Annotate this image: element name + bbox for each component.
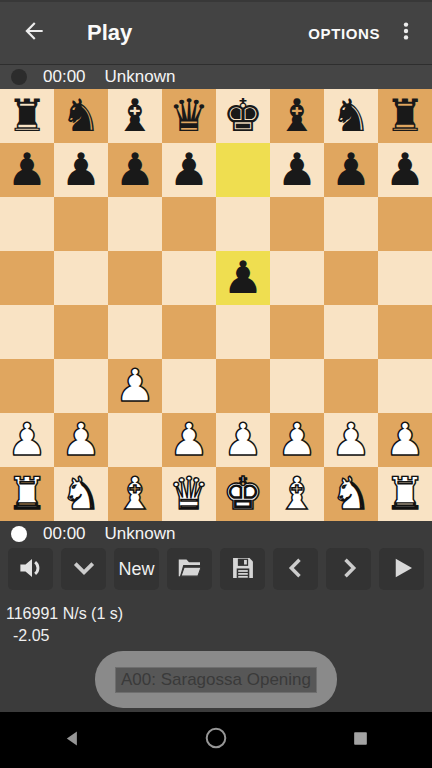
piece-white-knight: ♞ bbox=[324, 467, 378, 521]
square-b4[interactable] bbox=[54, 305, 108, 359]
triangle-left-icon bbox=[62, 728, 83, 753]
nav-recents-button[interactable] bbox=[288, 712, 432, 768]
piece-black-bishop: ♝ bbox=[270, 89, 324, 143]
piece-black-pawn: ♟ bbox=[162, 143, 216, 197]
square-h3[interactable] bbox=[378, 359, 432, 413]
sound-button[interactable] bbox=[8, 548, 53, 590]
piece-white-bishop: ♝ bbox=[270, 467, 324, 521]
square-f8[interactable]: ♝ bbox=[270, 89, 324, 143]
black-player-name: Unknown bbox=[105, 67, 176, 87]
square-g1[interactable]: ♞ bbox=[324, 467, 378, 521]
square-a1[interactable]: ♜ bbox=[0, 467, 54, 521]
open-file-button[interactable] bbox=[167, 548, 212, 590]
square-e8[interactable]: ♚ bbox=[216, 89, 270, 143]
chevron-down-icon bbox=[69, 553, 99, 586]
piece-white-queen: ♛ bbox=[162, 467, 216, 521]
square-a8[interactable]: ♜ bbox=[0, 89, 54, 143]
chess-board[interactable]: ♜♞♝♛♚♝♞♜♟♟♟♟♟♟♟♟♟♟♟♟♟♟♟♟♜♞♝♛♚♝♞♜ bbox=[0, 89, 432, 521]
circle-outline-icon bbox=[204, 726, 228, 754]
square-h7[interactable]: ♟ bbox=[378, 143, 432, 197]
square-c7[interactable]: ♟ bbox=[108, 143, 162, 197]
chevron-left-icon bbox=[282, 554, 310, 585]
move-forward-button[interactable] bbox=[326, 548, 371, 590]
square-f7[interactable]: ♟ bbox=[270, 143, 324, 197]
square-a6[interactable] bbox=[0, 197, 54, 251]
autoplay-button[interactable] bbox=[379, 548, 424, 590]
square-c5[interactable] bbox=[108, 251, 162, 305]
new-game-label: New bbox=[118, 559, 154, 580]
black-player-row: 00:00 Unknown bbox=[0, 65, 432, 89]
page-title: Play bbox=[87, 20, 132, 46]
square-c1[interactable]: ♝ bbox=[108, 467, 162, 521]
square-a5[interactable] bbox=[0, 251, 54, 305]
arrow-left-icon bbox=[21, 18, 47, 48]
black-clock: 00:00 bbox=[43, 67, 86, 87]
piece-black-king: ♚ bbox=[216, 89, 270, 143]
square-g3[interactable] bbox=[324, 359, 378, 413]
nav-home-button[interactable] bbox=[144, 712, 288, 768]
square-h6[interactable] bbox=[378, 197, 432, 251]
piece-white-bishop: ♝ bbox=[108, 467, 162, 521]
square-f5[interactable] bbox=[270, 251, 324, 305]
square-c4[interactable] bbox=[108, 305, 162, 359]
piece-white-pawn: ♟ bbox=[54, 413, 108, 467]
square-g2[interactable]: ♟ bbox=[324, 413, 378, 467]
square-icon bbox=[351, 729, 370, 752]
chevron-right-icon bbox=[335, 554, 363, 585]
square-f4[interactable] bbox=[270, 305, 324, 359]
piece-white-pawn: ♟ bbox=[324, 413, 378, 467]
square-c3[interactable]: ♟ bbox=[108, 359, 162, 413]
square-e6[interactable] bbox=[216, 197, 270, 251]
nav-back-button[interactable] bbox=[0, 712, 144, 768]
white-turn-indicator bbox=[11, 526, 27, 542]
piece-white-pawn: ♟ bbox=[0, 413, 54, 467]
save-icon bbox=[229, 554, 257, 585]
piece-black-pawn: ♟ bbox=[108, 143, 162, 197]
square-g7[interactable]: ♟ bbox=[324, 143, 378, 197]
square-h8[interactable]: ♜ bbox=[378, 89, 432, 143]
new-game-button[interactable]: New bbox=[114, 548, 159, 590]
square-e4[interactable] bbox=[216, 305, 270, 359]
square-g8[interactable]: ♞ bbox=[324, 89, 378, 143]
square-c6[interactable] bbox=[108, 197, 162, 251]
expand-button[interactable] bbox=[61, 548, 106, 590]
square-d6[interactable] bbox=[162, 197, 216, 251]
android-nav-bar bbox=[0, 712, 432, 768]
square-g4[interactable] bbox=[324, 305, 378, 359]
piece-white-pawn: ♟ bbox=[108, 359, 162, 413]
square-f1[interactable]: ♝ bbox=[270, 467, 324, 521]
square-h5[interactable] bbox=[378, 251, 432, 305]
piece-white-pawn: ♟ bbox=[162, 413, 216, 467]
square-d8[interactable]: ♛ bbox=[162, 89, 216, 143]
square-e5[interactable]: ♟ bbox=[216, 251, 270, 305]
piece-black-queen: ♛ bbox=[162, 89, 216, 143]
square-h4[interactable] bbox=[378, 305, 432, 359]
save-file-button[interactable] bbox=[220, 548, 265, 590]
piece-black-pawn: ♟ bbox=[0, 143, 54, 197]
square-b1[interactable]: ♞ bbox=[54, 467, 108, 521]
engine-info: 116991 N/s (1 s) -2.05 bbox=[6, 603, 432, 647]
square-f6[interactable] bbox=[270, 197, 324, 251]
square-d3[interactable] bbox=[162, 359, 216, 413]
square-a7[interactable]: ♟ bbox=[0, 143, 54, 197]
square-a4[interactable] bbox=[0, 305, 54, 359]
square-b7[interactable]: ♟ bbox=[54, 143, 108, 197]
piece-white-rook: ♜ bbox=[378, 467, 432, 521]
folder-open-icon bbox=[175, 553, 205, 586]
square-b8[interactable]: ♞ bbox=[54, 89, 108, 143]
play-screen: Play OPTIONS 00:00 Unknown ♜♞♝♛♚♝♞♜♟♟♟♟♟… bbox=[0, 0, 432, 768]
speaker-icon bbox=[16, 553, 46, 586]
square-d7[interactable]: ♟ bbox=[162, 143, 216, 197]
white-player-row: 00:00 Unknown bbox=[0, 521, 432, 547]
square-c8[interactable]: ♝ bbox=[108, 89, 162, 143]
play-icon bbox=[387, 553, 417, 586]
piece-black-rook: ♜ bbox=[378, 89, 432, 143]
square-e3[interactable] bbox=[216, 359, 270, 413]
piece-black-knight: ♞ bbox=[324, 89, 378, 143]
square-d4[interactable] bbox=[162, 305, 216, 359]
piece-white-rook: ♜ bbox=[0, 467, 54, 521]
square-f3[interactable] bbox=[270, 359, 324, 413]
move-back-button[interactable] bbox=[273, 548, 318, 590]
square-g5[interactable] bbox=[324, 251, 378, 305]
kebab-menu-icon bbox=[395, 20, 417, 46]
piece-white-pawn: ♟ bbox=[216, 413, 270, 467]
square-c2[interactable] bbox=[108, 413, 162, 467]
square-d5[interactable] bbox=[162, 251, 216, 305]
white-clock: 00:00 bbox=[43, 524, 86, 544]
opening-toast: A00: Saragossa Opening bbox=[95, 651, 337, 708]
square-d1[interactable]: ♛ bbox=[162, 467, 216, 521]
engine-eval: -2.05 bbox=[6, 625, 432, 647]
square-a3[interactable] bbox=[0, 359, 54, 413]
piece-white-king: ♚ bbox=[216, 467, 270, 521]
engine-nps: 116991 N/s (1 s) bbox=[6, 603, 432, 625]
square-b5[interactable] bbox=[54, 251, 108, 305]
piece-black-pawn: ♟ bbox=[378, 143, 432, 197]
piece-black-pawn: ♟ bbox=[54, 143, 108, 197]
back-button[interactable] bbox=[21, 20, 47, 46]
square-e7[interactable] bbox=[216, 143, 270, 197]
square-d2[interactable]: ♟ bbox=[162, 413, 216, 467]
square-b6[interactable] bbox=[54, 197, 108, 251]
square-e1[interactable]: ♚ bbox=[216, 467, 270, 521]
piece-black-pawn: ♟ bbox=[216, 251, 270, 305]
app-bar: Play OPTIONS bbox=[0, 2, 432, 65]
square-a2[interactable]: ♟ bbox=[0, 413, 54, 467]
opening-name: A00: Saragossa Opening bbox=[115, 667, 317, 693]
square-b3[interactable] bbox=[54, 359, 108, 413]
toolbar: New bbox=[0, 547, 432, 590]
piece-black-pawn: ♟ bbox=[270, 143, 324, 197]
piece-black-bishop: ♝ bbox=[108, 89, 162, 143]
square-g6[interactable] bbox=[324, 197, 378, 251]
white-player-name: Unknown bbox=[105, 524, 176, 544]
square-h1[interactable]: ♜ bbox=[378, 467, 432, 521]
options-button[interactable]: OPTIONS bbox=[308, 25, 380, 42]
piece-black-knight: ♞ bbox=[54, 89, 108, 143]
piece-black-rook: ♜ bbox=[0, 89, 54, 143]
square-e2[interactable]: ♟ bbox=[216, 413, 270, 467]
piece-black-pawn: ♟ bbox=[324, 143, 378, 197]
piece-white-pawn: ♟ bbox=[378, 413, 432, 467]
black-turn-indicator bbox=[11, 69, 27, 85]
piece-white-knight: ♞ bbox=[54, 467, 108, 521]
square-f2[interactable]: ♟ bbox=[270, 413, 324, 467]
menu-button[interactable] bbox=[394, 20, 418, 46]
square-b2[interactable]: ♟ bbox=[54, 413, 108, 467]
square-h2[interactable]: ♟ bbox=[378, 413, 432, 467]
piece-white-pawn: ♟ bbox=[270, 413, 324, 467]
